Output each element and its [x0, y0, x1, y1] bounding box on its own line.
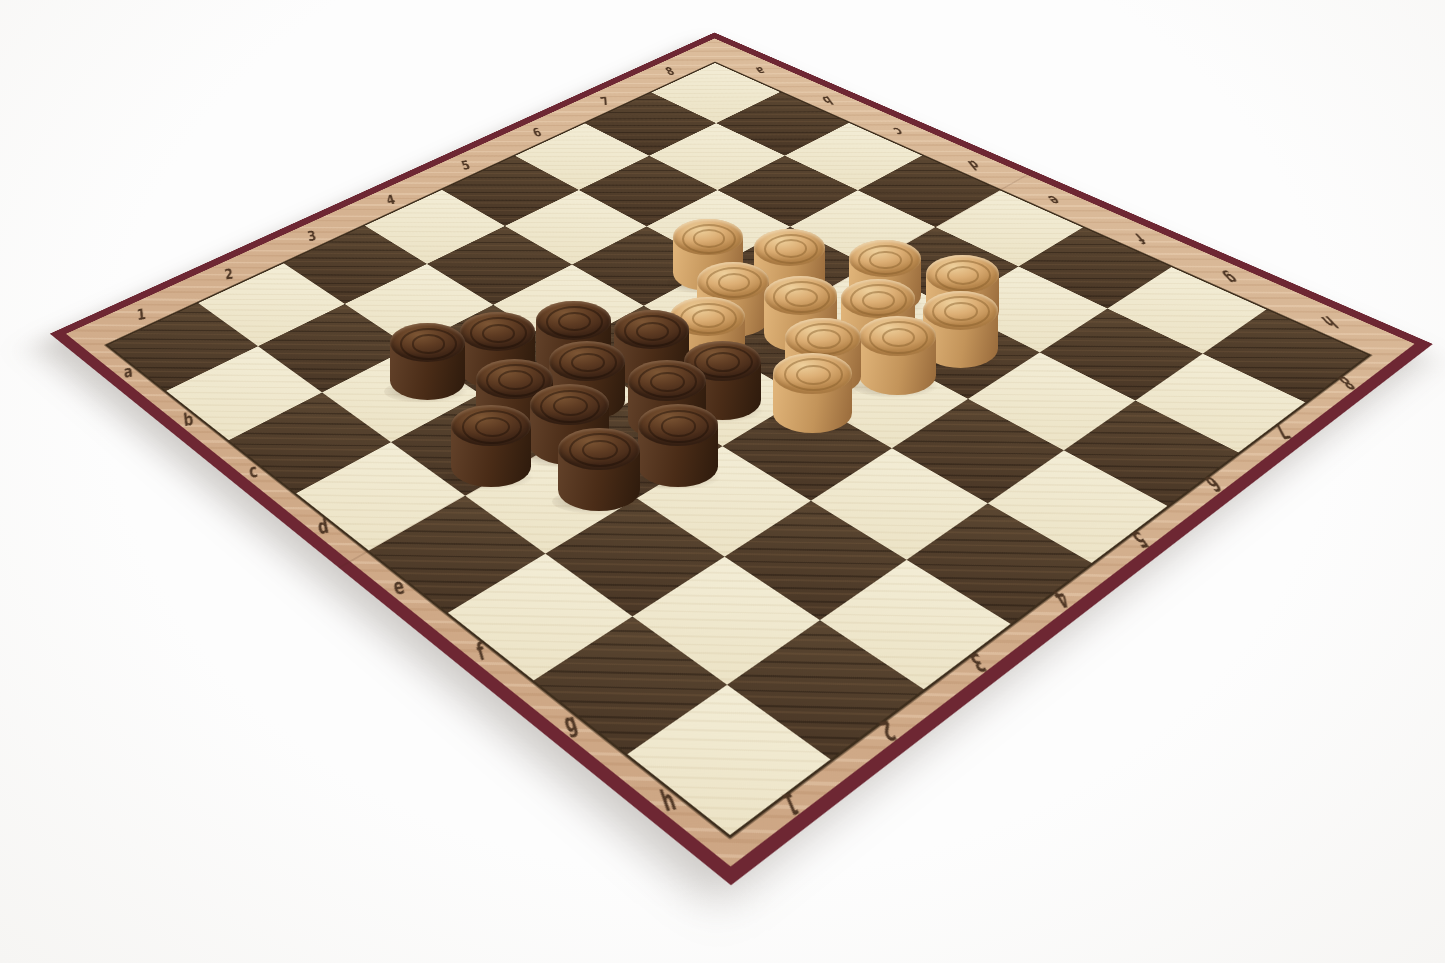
- checker-light-f4: [773, 353, 851, 433]
- turned-ring: [482, 324, 515, 343]
- turned-ring: [582, 440, 618, 461]
- checker-dark-d1: [451, 405, 531, 487]
- checker-top-face: [697, 262, 770, 300]
- file-label-bottom-b: b: [177, 405, 201, 435]
- turned-ring: [796, 365, 830, 385]
- turned-ring: [553, 396, 588, 416]
- turned-ring: [571, 353, 605, 373]
- turned-ring: [785, 288, 818, 307]
- checker-light-g5: [859, 316, 935, 394]
- checker-top-face: [628, 360, 706, 401]
- checker-dark-f2: [558, 428, 640, 512]
- checker-top-face: [536, 301, 610, 340]
- checker-top-face: [754, 229, 825, 266]
- turned-ring: [775, 239, 807, 257]
- turned-ring: [412, 334, 445, 353]
- checker-dark-f3: [638, 404, 718, 487]
- photo-background: 8aa87bb76cc65dd54ee43ff32gg21hh1: [0, 0, 1445, 963]
- turned-ring: [947, 266, 980, 285]
- turned-ring: [693, 229, 724, 247]
- checker-top-face: [549, 341, 626, 381]
- playing-area: [108, 63, 1368, 835]
- checker-top-face: [773, 353, 851, 394]
- checker-top-face: [785, 318, 861, 358]
- checker-top-face: [558, 428, 640, 470]
- checker-top-face: [859, 316, 935, 356]
- checkers-board: 8aa87bb76cc65dd54ee43ff32gg21hh1: [50, 32, 1433, 885]
- checker-dark-c2: [390, 323, 465, 400]
- checker-top-face: [926, 255, 999, 293]
- turned-ring: [650, 372, 684, 392]
- turned-ring: [475, 417, 510, 437]
- turned-ring: [869, 251, 901, 270]
- rank-label-left-1: 1: [131, 302, 152, 328]
- file-label-bottom-c: c: [240, 455, 266, 487]
- turned-ring: [661, 416, 696, 436]
- turned-ring: [498, 370, 532, 390]
- file-label-bottom-a: a: [117, 358, 139, 386]
- checker-top-face: [849, 240, 921, 277]
- rank-label-left-2: 2: [218, 262, 240, 286]
- turned-ring: [692, 309, 725, 328]
- turned-ring: [706, 352, 740, 372]
- turned-ring: [718, 273, 750, 292]
- checker-top-face: [673, 219, 743, 256]
- checker-top-face: [841, 279, 915, 318]
- checker-top-face: [638, 404, 718, 446]
- turned-ring: [807, 329, 841, 348]
- turned-ring: [636, 322, 669, 341]
- turned-ring: [944, 302, 977, 321]
- checker-top-face: [764, 276, 838, 314]
- turned-ring: [862, 291, 895, 310]
